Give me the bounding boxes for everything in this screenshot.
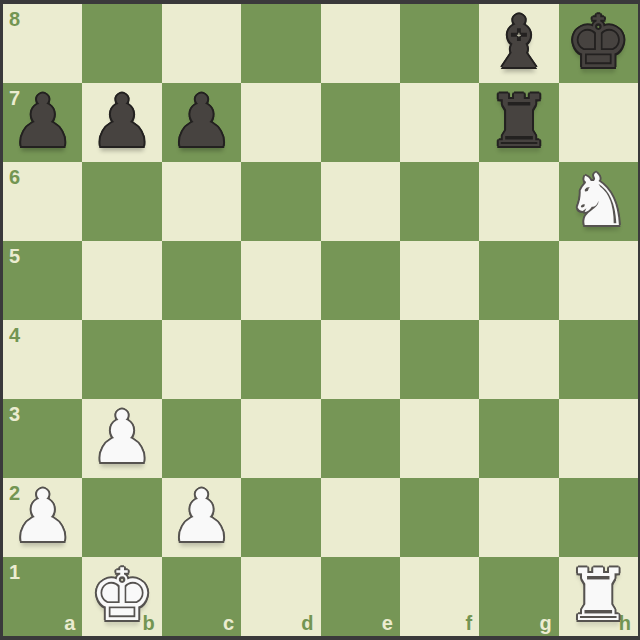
square-c3[interactable] <box>162 399 241 478</box>
square-e1[interactable]: e <box>321 557 400 636</box>
square-e8[interactable] <box>321 4 400 83</box>
rank-label-6: 6 <box>9 167 20 187</box>
square-h5[interactable] <box>559 241 638 320</box>
square-g5[interactable] <box>479 241 558 320</box>
piece-white-rook[interactable]: ♜ <box>566 559 631 631</box>
file-label-c: c <box>223 613 234 633</box>
square-f4[interactable] <box>400 320 479 399</box>
square-d1[interactable]: d <box>241 557 320 636</box>
rank-label-8: 8 <box>9 9 20 29</box>
square-c5[interactable] <box>162 241 241 320</box>
piece-black-pawn[interactable]: ♟ <box>169 85 234 157</box>
rank-label-1: 1 <box>9 562 20 582</box>
square-g3[interactable] <box>479 399 558 478</box>
square-e2[interactable] <box>321 478 400 557</box>
square-e7[interactable] <box>321 83 400 162</box>
square-d7[interactable] <box>241 83 320 162</box>
square-d5[interactable] <box>241 241 320 320</box>
square-b4[interactable] <box>82 320 161 399</box>
square-d3[interactable] <box>241 399 320 478</box>
square-g8[interactable]: ♝ <box>479 4 558 83</box>
square-f5[interactable] <box>400 241 479 320</box>
square-h2[interactable] <box>559 478 638 557</box>
file-label-a: a <box>64 613 75 633</box>
square-a7[interactable]: 7♟ <box>3 83 82 162</box>
square-a2[interactable]: 2♟ <box>3 478 82 557</box>
file-label-d: d <box>301 613 313 633</box>
square-h7[interactable] <box>559 83 638 162</box>
square-d2[interactable] <box>241 478 320 557</box>
square-f2[interactable] <box>400 478 479 557</box>
square-d4[interactable] <box>241 320 320 399</box>
square-b3[interactable]: ♟ <box>82 399 161 478</box>
square-c4[interactable] <box>162 320 241 399</box>
square-a8[interactable]: 8 <box>3 4 82 83</box>
square-e4[interactable] <box>321 320 400 399</box>
piece-white-knight[interactable]: ♞ <box>566 164 631 236</box>
square-c1[interactable]: c <box>162 557 241 636</box>
square-a5[interactable]: 5 <box>3 241 82 320</box>
square-d8[interactable] <box>241 4 320 83</box>
piece-white-pawn[interactable]: ♟ <box>10 480 75 552</box>
square-b5[interactable] <box>82 241 161 320</box>
square-h8[interactable]: ♚ <box>559 4 638 83</box>
file-label-e: e <box>382 613 393 633</box>
file-label-f: f <box>466 613 473 633</box>
chess-board: 8♝♚7♟♟♟♜6♞543♟2♟♟1ab♚cdefgh♜ <box>0 0 640 640</box>
square-g1[interactable]: g <box>479 557 558 636</box>
square-e5[interactable] <box>321 241 400 320</box>
piece-white-king[interactable]: ♚ <box>90 559 155 631</box>
square-f1[interactable]: f <box>400 557 479 636</box>
rank-label-4: 4 <box>9 325 20 345</box>
square-c7[interactable]: ♟ <box>162 83 241 162</box>
square-g2[interactable] <box>479 478 558 557</box>
square-b8[interactable] <box>82 4 161 83</box>
piece-black-pawn[interactable]: ♟ <box>90 85 155 157</box>
square-d6[interactable] <box>241 162 320 241</box>
square-e3[interactable] <box>321 399 400 478</box>
square-h6[interactable]: ♞ <box>559 162 638 241</box>
square-b6[interactable] <box>82 162 161 241</box>
piece-white-pawn[interactable]: ♟ <box>90 401 155 473</box>
square-h1[interactable]: h♜ <box>559 557 638 636</box>
square-f6[interactable] <box>400 162 479 241</box>
square-a1[interactable]: 1a <box>3 557 82 636</box>
square-c8[interactable] <box>162 4 241 83</box>
square-c2[interactable]: ♟ <box>162 478 241 557</box>
square-h4[interactable] <box>559 320 638 399</box>
file-label-g: g <box>539 613 551 633</box>
piece-black-pawn[interactable]: ♟ <box>10 85 75 157</box>
square-g7[interactable]: ♜ <box>479 83 558 162</box>
square-f7[interactable] <box>400 83 479 162</box>
piece-black-bishop[interactable]: ♝ <box>487 6 552 78</box>
square-b2[interactable] <box>82 478 161 557</box>
square-b7[interactable]: ♟ <box>82 83 161 162</box>
square-c6[interactable] <box>162 162 241 241</box>
square-a3[interactable]: 3 <box>3 399 82 478</box>
rank-label-3: 3 <box>9 404 20 424</box>
rank-label-5: 5 <box>9 246 20 266</box>
piece-black-king[interactable]: ♚ <box>566 6 631 78</box>
square-f8[interactable] <box>400 4 479 83</box>
square-f3[interactable] <box>400 399 479 478</box>
square-g6[interactable] <box>479 162 558 241</box>
piece-white-pawn[interactable]: ♟ <box>169 480 234 552</box>
square-a6[interactable]: 6 <box>3 162 82 241</box>
square-a4[interactable]: 4 <box>3 320 82 399</box>
square-b1[interactable]: b♚ <box>82 557 161 636</box>
piece-black-rook[interactable]: ♜ <box>487 85 552 157</box>
square-e6[interactable] <box>321 162 400 241</box>
square-g4[interactable] <box>479 320 558 399</box>
square-h3[interactable] <box>559 399 638 478</box>
